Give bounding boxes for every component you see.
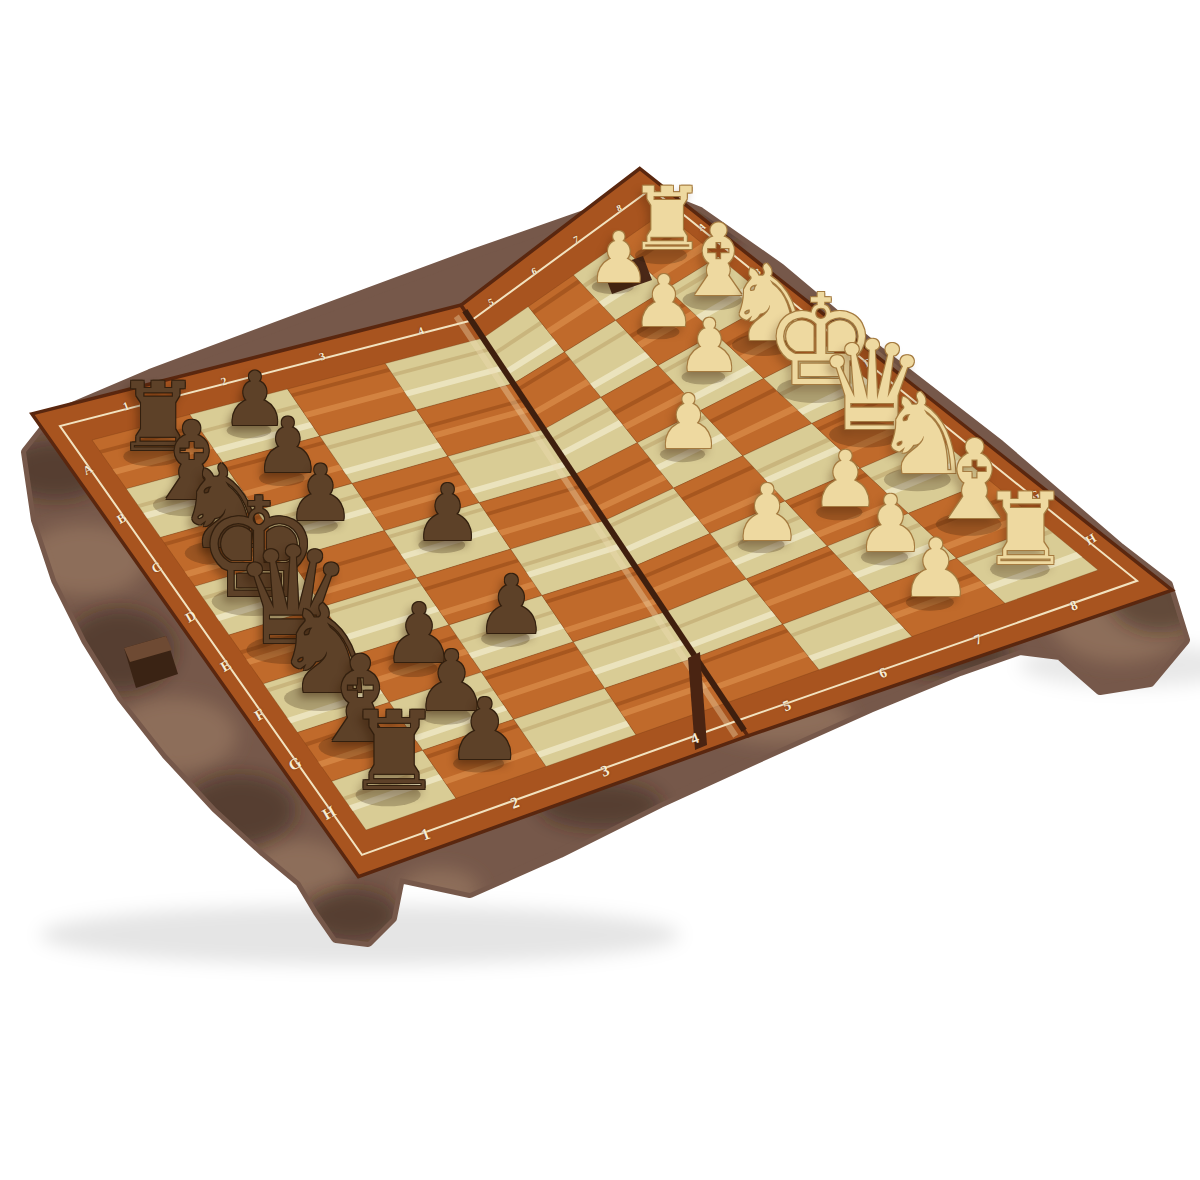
piece-black-rook-h1[interactable]: ♜ [346,698,443,806]
piece-white-pawn-d6[interactable]: ♟ [655,385,722,460]
piece-black-pawn-d3[interactable]: ♟ [413,474,483,552]
piece-black-pawn-h2[interactable]: ♟ [446,686,522,771]
folding-chess-set-photo: AABBCCDDEEFFGGHH1122334455667788 ♜♝♞♚♛♞♝… [0,0,1200,1180]
piece-white-pawn-h7[interactable]: ♟ [900,529,972,609]
chess-board [0,0,1200,1180]
base-mottle [113,697,237,773]
piece-white-pawn-c7[interactable]: ♟ [677,310,742,383]
piece-white-rook-h8[interactable]: ♜ [981,480,1070,579]
piece-white-pawn-f6[interactable]: ♟ [732,473,802,551]
